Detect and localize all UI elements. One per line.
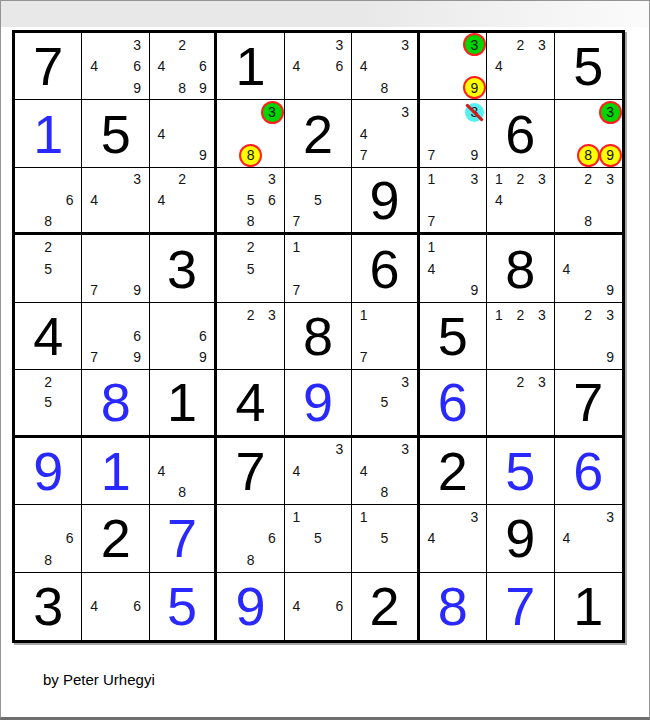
empty-candidate-slot (286, 169, 307, 190)
empty-candidate-slot (599, 211, 621, 232)
candidate-9: 9 (464, 144, 485, 165)
cell-r2c9[interactable]: 389 (555, 100, 622, 167)
yellow-highlight-circle: 9 (601, 146, 620, 165)
empty-candidate-slot (329, 236, 350, 257)
empty-candidate-slot (37, 190, 58, 211)
candidate-3: 3 (464, 101, 485, 122)
candidate-2: 2 (577, 304, 599, 325)
candidate-grid: 48 (150, 438, 214, 504)
empty-candidate-slot (151, 77, 172, 98)
candidate-1: 1 (353, 506, 374, 527)
candidate-7: 7 (83, 347, 104, 368)
candidate-2: 2 (240, 304, 261, 325)
solved-digit: 7 (167, 511, 197, 565)
empty-candidate-slot (307, 439, 328, 460)
empty-candidate-slot (556, 101, 578, 122)
empty-candidate-slot (353, 325, 374, 346)
candidate-grid: 15 (352, 505, 416, 571)
empty-candidate-slot (105, 304, 126, 325)
candidate-4: 4 (488, 55, 509, 76)
empty-candidate-slot (105, 211, 126, 232)
empty-candidate-slot (286, 482, 307, 503)
empty-candidate-slot (395, 549, 416, 570)
cell-r3c9[interactable]: 238 (555, 168, 622, 235)
candidate-4: 4 (556, 528, 578, 549)
candidate-9: 9 (599, 144, 621, 165)
empty-candidate-slot (307, 460, 328, 481)
cell-r4c5[interactable]: 17 (285, 235, 352, 302)
solved-digit: 9 (236, 579, 266, 633)
cell-r6c2[interactable]: 8 (82, 370, 149, 437)
solved-digit: 5 (167, 579, 197, 633)
empty-candidate-slot (421, 55, 442, 76)
empty-candidate-slot (261, 236, 282, 257)
empty-candidate-slot (307, 549, 328, 570)
empty-candidate-slot (59, 506, 80, 527)
candidate-3: 3 (261, 304, 282, 325)
cell-r2c3[interactable]: 49 (150, 100, 217, 167)
empty-candidate-slot (353, 549, 374, 570)
candidate-4: 4 (488, 190, 509, 211)
cell-r4c7[interactable]: 149 (420, 235, 487, 302)
empty-candidate-slot (488, 347, 509, 368)
empty-candidate-slot (353, 439, 374, 460)
candidate-2: 2 (510, 169, 531, 190)
empty-candidate-slot (421, 549, 442, 570)
empty-candidate-slot (83, 34, 104, 55)
empty-candidate-slot (307, 55, 328, 76)
solved-digit: 6 (573, 444, 603, 498)
empty-candidate-slot (374, 347, 395, 368)
candidate-7: 7 (353, 347, 374, 368)
cell-r4c3[interactable]: 3 (150, 235, 217, 302)
empty-candidate-slot (16, 258, 37, 279)
given-digit: 5 (101, 107, 131, 161)
cell-r7c5[interactable]: 34 (285, 438, 352, 505)
cell-r2c5[interactable]: 2 (285, 100, 352, 167)
given-digit: 8 (303, 309, 333, 363)
candidate-grid: 238 (555, 168, 622, 232)
candidate-9: 9 (126, 77, 147, 98)
cell-r9c6[interactable]: 2 (352, 573, 419, 640)
candidate-2: 2 (172, 169, 193, 190)
candidate-7: 7 (286, 211, 307, 232)
empty-candidate-slot (261, 506, 282, 527)
cell-r6c3[interactable]: 1 (150, 370, 217, 437)
empty-candidate-slot (577, 347, 599, 368)
empty-candidate-slot (577, 258, 599, 279)
candidate-3: 3 (395, 101, 416, 122)
candidate-4: 4 (421, 528, 442, 549)
empty-candidate-slot (577, 236, 599, 257)
empty-candidate-slot (442, 506, 463, 527)
candidate-5: 5 (240, 258, 261, 279)
cell-r8c7[interactable]: 34 (420, 505, 487, 572)
empty-candidate-slot (307, 258, 328, 279)
empty-candidate-slot (16, 169, 37, 190)
candidate-grid: 25 (15, 370, 81, 434)
cell-r4c6[interactable]: 6 (352, 235, 419, 302)
cell-r7c7[interactable]: 2 (420, 438, 487, 505)
candidate-6: 6 (193, 325, 214, 346)
empty-candidate-slot (556, 325, 578, 346)
candidate-3: 3 (464, 34, 485, 55)
cell-r6c5[interactable]: 9 (285, 370, 352, 437)
empty-candidate-slot (105, 347, 126, 368)
cell-r2c6[interactable]: 347 (352, 100, 419, 167)
empty-candidate-slot (442, 279, 463, 300)
given-digit: 7 (573, 375, 603, 429)
empty-candidate-slot (577, 506, 599, 527)
empty-candidate-slot (59, 279, 80, 300)
empty-candidate-slot (374, 304, 395, 325)
cell-r7c8[interactable]: 5 (487, 438, 554, 505)
empty-candidate-slot (193, 123, 214, 144)
empty-candidate-slot (240, 279, 261, 300)
given-digit: 7 (33, 39, 63, 93)
empty-candidate-slot (329, 77, 350, 98)
empty-candidate-slot (240, 123, 261, 144)
solved-digit: 8 (101, 375, 131, 429)
empty-candidate-slot (599, 190, 621, 211)
empty-candidate-slot (307, 77, 328, 98)
cell-r5c1[interactable]: 4 (15, 303, 82, 370)
green-highlight-circle: 3 (465, 35, 484, 54)
candidate-6: 6 (59, 190, 80, 211)
empty-candidate-slot (172, 347, 193, 368)
cell-r3c4[interactable]: 3568 (217, 168, 284, 235)
empty-candidate-slot (442, 211, 463, 232)
cell-r5c3[interactable]: 69 (150, 303, 217, 370)
cell-r8c6[interactable]: 15 (352, 505, 419, 572)
candidate-3: 3 (395, 439, 416, 460)
empty-candidate-slot (374, 34, 395, 55)
cell-r4c8[interactable]: 8 (487, 235, 554, 302)
candidate-grid: 149 (420, 235, 486, 301)
candidate-grid: 389 (555, 100, 622, 166)
empty-candidate-slot (59, 258, 80, 279)
candidate-grid: 3568 (217, 168, 283, 232)
cell-r9c1[interactable]: 3 (15, 573, 82, 640)
candidate-grid: 17 (285, 235, 351, 301)
cell-r2c7[interactable]: 379 (420, 100, 487, 167)
empty-candidate-slot (488, 371, 509, 392)
given-digit: 2 (438, 444, 468, 498)
empty-candidate-slot (151, 439, 172, 460)
candidate-4: 4 (556, 258, 578, 279)
empty-candidate-slot (510, 347, 531, 368)
empty-candidate-slot (307, 211, 328, 232)
candidate-7: 7 (421, 211, 442, 232)
candidate-8: 8 (577, 144, 599, 165)
empty-candidate-slot (83, 236, 104, 257)
empty-candidate-slot (172, 123, 193, 144)
empty-candidate-slot (261, 549, 282, 570)
empty-candidate-slot (172, 144, 193, 165)
cell-r8c1[interactable]: 68 (15, 505, 82, 572)
empty-candidate-slot (395, 392, 416, 413)
candidate-3: 3 (261, 101, 282, 122)
cell-r9c7[interactable]: 8 (420, 573, 487, 640)
empty-candidate-slot (329, 279, 350, 300)
cell-r4c4[interactable]: 25 (217, 235, 284, 302)
empty-candidate-slot (442, 123, 463, 144)
empty-candidate-slot (261, 144, 282, 165)
empty-candidate-slot (261, 211, 282, 232)
empty-candidate-slot (105, 169, 126, 190)
empty-candidate-slot (556, 169, 578, 190)
candidate-2: 2 (510, 34, 531, 55)
empty-candidate-slot (329, 617, 350, 639)
empty-candidate-slot (442, 236, 463, 257)
candidate-grid: 57 (285, 168, 351, 232)
candidate-grid: 17 (352, 303, 416, 369)
empty-candidate-slot (83, 574, 104, 596)
candidate-7: 7 (286, 279, 307, 300)
empty-candidate-slot (556, 211, 578, 232)
cell-r2c8[interactable]: 6 (487, 100, 554, 167)
given-digit: 3 (167, 242, 197, 296)
cell-r5c6[interactable]: 17 (352, 303, 419, 370)
cell-r4c2[interactable]: 79 (82, 235, 149, 302)
cell-r9c2[interactable]: 46 (82, 573, 149, 640)
given-digit: 3 (33, 579, 63, 633)
cell-r8c5[interactable]: 15 (285, 505, 352, 572)
empty-candidate-slot (395, 123, 416, 144)
cell-r1c7[interactable]: 39 (420, 33, 487, 100)
cell-r3c1[interactable]: 68 (15, 168, 82, 235)
empty-candidate-slot (464, 528, 485, 549)
empty-candidate-slot (59, 371, 80, 392)
empty-candidate-slot (374, 371, 395, 392)
candidate-4: 4 (353, 55, 374, 76)
cell-r1c8[interactable]: 234 (487, 33, 554, 100)
candidate-3: 3 (329, 34, 350, 55)
cell-r9c5[interactable]: 46 (285, 573, 352, 640)
solved-digit: 8 (438, 579, 468, 633)
candidate-4: 4 (151, 55, 172, 76)
cell-r1c1[interactable]: 7 (15, 33, 82, 100)
empty-candidate-slot (126, 258, 147, 279)
candidate-9: 9 (126, 279, 147, 300)
empty-candidate-slot (531, 392, 552, 413)
cell-r1c9[interactable]: 5 (555, 33, 622, 100)
candidate-grid: 137 (420, 168, 486, 232)
candidate-6: 6 (261, 190, 282, 211)
candidate-4: 4 (286, 55, 307, 76)
empty-candidate-slot (353, 413, 374, 434)
cell-r1c2[interactable]: 3469 (82, 33, 149, 100)
candidate-6: 6 (126, 55, 147, 76)
given-digit: 5 (573, 39, 603, 93)
cell-r7c1[interactable]: 9 (15, 438, 82, 505)
empty-candidate-slot (395, 460, 416, 481)
empty-candidate-slot (329, 574, 350, 596)
empty-candidate-slot (193, 169, 214, 190)
cell-r7c9[interactable]: 6 (555, 438, 622, 505)
given-digit: 1 (167, 375, 197, 429)
cell-r3c2[interactable]: 34 (82, 168, 149, 235)
cell-r8c4[interactable]: 68 (217, 505, 284, 572)
empty-candidate-slot (83, 169, 104, 190)
cell-r4c9[interactable]: 49 (555, 235, 622, 302)
empty-candidate-slot (599, 123, 621, 144)
green-highlight-circle: 3 (601, 103, 620, 122)
candidate-5: 5 (37, 258, 58, 279)
cell-r5c2[interactable]: 679 (82, 303, 149, 370)
cell-r5c9[interactable]: 239 (555, 303, 622, 370)
empty-candidate-slot (577, 123, 599, 144)
candidate-6: 6 (126, 325, 147, 346)
empty-candidate-slot (172, 101, 193, 122)
solved-digit: 7 (505, 579, 535, 633)
empty-candidate-slot (37, 413, 58, 434)
empty-candidate-slot (395, 413, 416, 434)
cell-r5c7[interactable]: 5 (420, 303, 487, 370)
empty-candidate-slot (59, 211, 80, 232)
cell-r5c8[interactable]: 123 (487, 303, 554, 370)
empty-candidate-slot (353, 34, 374, 55)
cell-r7c6[interactable]: 348 (352, 438, 419, 505)
cell-r9c9[interactable]: 1 (555, 573, 622, 640)
empty-candidate-slot (151, 304, 172, 325)
empty-candidate-slot (240, 169, 261, 190)
cell-r3c8[interactable]: 1234 (487, 168, 554, 235)
cell-r7c3[interactable]: 48 (150, 438, 217, 505)
empty-candidate-slot (16, 413, 37, 434)
empty-candidate-slot (218, 549, 239, 570)
candidate-6: 6 (329, 595, 350, 617)
candidate-2: 2 (172, 34, 193, 55)
yellow-highlight-circle: 8 (241, 146, 260, 165)
cell-r2c1[interactable]: 1 (15, 100, 82, 167)
empty-candidate-slot (83, 617, 104, 639)
empty-candidate-slot (421, 101, 442, 122)
empty-candidate-slot (151, 169, 172, 190)
candidate-2: 2 (37, 236, 58, 257)
candidate-grid: 38 (217, 100, 283, 166)
empty-candidate-slot (193, 211, 214, 232)
candidate-6: 6 (261, 528, 282, 549)
empty-candidate-slot (286, 258, 307, 279)
cell-r8c9[interactable]: 34 (555, 505, 622, 572)
empty-candidate-slot (37, 169, 58, 190)
cell-r8c3[interactable]: 7 (150, 505, 217, 572)
cell-r6c9[interactable]: 7 (555, 370, 622, 437)
empty-candidate-slot (531, 413, 552, 434)
empty-candidate-slot (395, 325, 416, 346)
empty-candidate-slot (374, 506, 395, 527)
candidate-3: 3 (531, 169, 552, 190)
candidate-grid: 347 (352, 100, 416, 166)
empty-candidate-slot (193, 34, 214, 55)
candidate-8: 8 (240, 144, 261, 165)
cell-r3c5[interactable]: 57 (285, 168, 352, 235)
cell-r9c3[interactable]: 5 (150, 573, 217, 640)
cell-r9c8[interactable]: 7 (487, 573, 554, 640)
cell-r5c4[interactable]: 23 (217, 303, 284, 370)
empty-candidate-slot (329, 211, 350, 232)
empty-candidate-slot (374, 439, 395, 460)
empty-candidate-slot (126, 211, 147, 232)
candidate-grid: 68 (15, 168, 81, 232)
empty-candidate-slot (442, 528, 463, 549)
empty-candidate-slot (531, 325, 552, 346)
solved-digit: 5 (505, 444, 535, 498)
candidate-grid: 123 (487, 303, 553, 369)
cell-r8c2[interactable]: 2 (82, 505, 149, 572)
cell-r3c7[interactable]: 137 (420, 168, 487, 235)
candidate-4: 4 (151, 190, 172, 211)
cell-r4c1[interactable]: 25 (15, 235, 82, 302)
cell-r3c6[interactable]: 9 (352, 168, 419, 235)
candidate-8: 8 (374, 482, 395, 503)
empty-candidate-slot (353, 101, 374, 122)
cell-r2c4[interactable]: 38 (217, 100, 284, 167)
cell-r1c6[interactable]: 348 (352, 33, 419, 100)
empty-candidate-slot (442, 101, 463, 122)
cell-r1c5[interactable]: 346 (285, 33, 352, 100)
empty-candidate-slot (105, 190, 126, 211)
empty-candidate-slot (240, 101, 261, 122)
cell-r3c3[interactable]: 24 (150, 168, 217, 235)
empty-candidate-slot (151, 101, 172, 122)
cell-r1c4[interactable]: 1 (217, 33, 284, 100)
cell-r7c4[interactable]: 7 (217, 438, 284, 505)
candidate-grid: 23 (487, 370, 553, 434)
empty-candidate-slot (421, 77, 442, 98)
solved-digit: 1 (101, 444, 131, 498)
empty-candidate-slot (329, 528, 350, 549)
empty-candidate-slot (105, 55, 126, 76)
cell-r2c2[interactable]: 5 (82, 100, 149, 167)
cell-r5c5[interactable]: 8 (285, 303, 352, 370)
cell-r7c2[interactable]: 1 (82, 438, 149, 505)
empty-candidate-slot (218, 347, 239, 368)
candidate-grid: 34 (420, 505, 486, 571)
cell-r6c7[interactable]: 6 (420, 370, 487, 437)
empty-candidate-slot (488, 211, 509, 232)
empty-candidate-slot (329, 258, 350, 279)
candidate-1: 1 (488, 169, 509, 190)
given-digit: 1 (573, 579, 603, 633)
cell-r6c8[interactable]: 23 (487, 370, 554, 437)
candidate-8: 8 (577, 211, 599, 232)
empty-candidate-slot (59, 549, 80, 570)
candidate-5: 5 (240, 190, 261, 211)
candidate-grid: 79 (82, 235, 148, 301)
empty-candidate-slot (577, 101, 599, 122)
empty-candidate-slot (218, 101, 239, 122)
candidate-2: 2 (240, 236, 261, 257)
given-digit: 4 (236, 375, 266, 429)
empty-candidate-slot (556, 123, 578, 144)
app-window: 7346924689134634839234515493823473796389… (0, 0, 650, 720)
cell-r6c1[interactable]: 25 (15, 370, 82, 437)
candidate-9: 9 (193, 347, 214, 368)
cell-r6c6[interactable]: 35 (352, 370, 419, 437)
empty-candidate-slot (464, 190, 485, 211)
solved-digit: 9 (33, 444, 63, 498)
cell-r6c4[interactable]: 4 (217, 370, 284, 437)
candidate-grid: 239 (555, 303, 622, 369)
cell-r9c4[interactable]: 9 (217, 573, 284, 640)
cell-r1c3[interactable]: 24689 (150, 33, 217, 100)
empty-candidate-slot (193, 101, 214, 122)
candidate-2: 2 (37, 371, 58, 392)
cell-r8c8[interactable]: 9 (487, 505, 554, 572)
candidate-4: 4 (83, 190, 104, 211)
